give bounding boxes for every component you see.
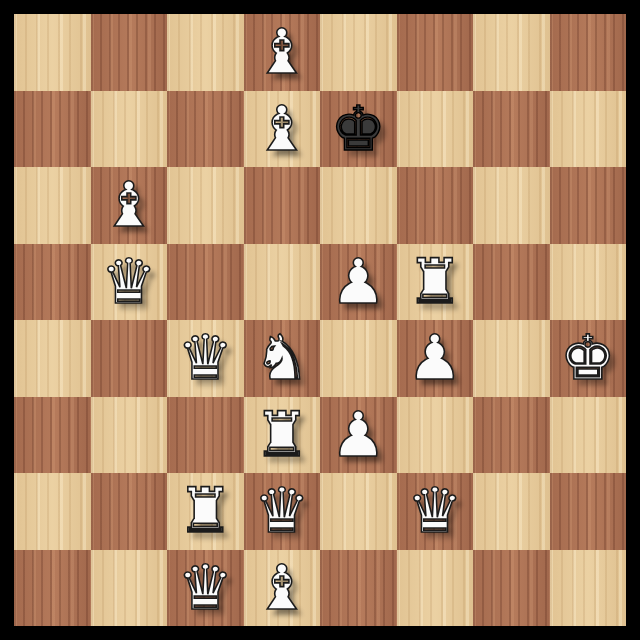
square-h8[interactable] bbox=[550, 14, 627, 91]
square-f8[interactable] bbox=[397, 14, 474, 91]
square-b7[interactable] bbox=[91, 91, 168, 168]
white-pawn[interactable]: ♟ bbox=[397, 320, 474, 397]
square-e6[interactable] bbox=[320, 167, 397, 244]
square-e1[interactable] bbox=[320, 550, 397, 627]
square-d2[interactable]: ♛ bbox=[244, 473, 321, 550]
square-c3[interactable] bbox=[167, 397, 244, 474]
square-a7[interactable] bbox=[14, 91, 91, 168]
square-e4[interactable] bbox=[320, 320, 397, 397]
board-frame: ♝♝♚♝♛♟♜♛♞♟♚♜♟♜♛♛♛♝ bbox=[0, 0, 640, 640]
square-h3[interactable] bbox=[550, 397, 627, 474]
black-king[interactable]: ♚ bbox=[320, 91, 397, 168]
chess-board: ♝♝♚♝♛♟♜♛♞♟♚♜♟♜♛♛♛♝ bbox=[14, 14, 626, 626]
white-bishop[interactable]: ♝ bbox=[244, 550, 321, 627]
square-d1[interactable]: ♝ bbox=[244, 550, 321, 627]
square-c7[interactable] bbox=[167, 91, 244, 168]
white-rook[interactable]: ♜ bbox=[397, 244, 474, 321]
square-f4[interactable]: ♟ bbox=[397, 320, 474, 397]
square-g7[interactable] bbox=[473, 91, 550, 168]
white-bishop[interactable]: ♝ bbox=[244, 91, 321, 168]
square-a5[interactable] bbox=[14, 244, 91, 321]
white-pawn[interactable]: ♟ bbox=[320, 244, 397, 321]
square-c1[interactable]: ♛ bbox=[167, 550, 244, 627]
square-a3[interactable] bbox=[14, 397, 91, 474]
square-a1[interactable] bbox=[14, 550, 91, 627]
square-a4[interactable] bbox=[14, 320, 91, 397]
square-c2[interactable]: ♜ bbox=[167, 473, 244, 550]
square-f7[interactable] bbox=[397, 91, 474, 168]
square-c4[interactable]: ♛ bbox=[167, 320, 244, 397]
square-b2[interactable] bbox=[91, 473, 168, 550]
white-pawn[interactable]: ♟ bbox=[320, 397, 397, 474]
square-c6[interactable] bbox=[167, 167, 244, 244]
white-knight[interactable]: ♞ bbox=[244, 320, 321, 397]
square-b3[interactable] bbox=[91, 397, 168, 474]
square-c8[interactable] bbox=[167, 14, 244, 91]
square-f5[interactable]: ♜ bbox=[397, 244, 474, 321]
square-d4[interactable]: ♞ bbox=[244, 320, 321, 397]
square-b1[interactable] bbox=[91, 550, 168, 627]
white-bishop[interactable]: ♝ bbox=[91, 167, 168, 244]
white-queen[interactable]: ♛ bbox=[167, 320, 244, 397]
square-h6[interactable] bbox=[550, 167, 627, 244]
square-a6[interactable] bbox=[14, 167, 91, 244]
square-f1[interactable] bbox=[397, 550, 474, 627]
square-g6[interactable] bbox=[473, 167, 550, 244]
square-g2[interactable] bbox=[473, 473, 550, 550]
white-rook[interactable]: ♜ bbox=[244, 397, 321, 474]
square-e2[interactable] bbox=[320, 473, 397, 550]
square-g5[interactable] bbox=[473, 244, 550, 321]
square-e8[interactable] bbox=[320, 14, 397, 91]
square-d7[interactable]: ♝ bbox=[244, 91, 321, 168]
white-king[interactable]: ♚ bbox=[550, 320, 627, 397]
square-g3[interactable] bbox=[473, 397, 550, 474]
square-g1[interactable] bbox=[473, 550, 550, 627]
white-queen[interactable]: ♛ bbox=[244, 473, 321, 550]
square-g4[interactable] bbox=[473, 320, 550, 397]
square-a2[interactable] bbox=[14, 473, 91, 550]
square-h4[interactable]: ♚ bbox=[550, 320, 627, 397]
square-g8[interactable] bbox=[473, 14, 550, 91]
square-b5[interactable]: ♛ bbox=[91, 244, 168, 321]
square-h2[interactable] bbox=[550, 473, 627, 550]
white-queen[interactable]: ♛ bbox=[397, 473, 474, 550]
square-e3[interactable]: ♟ bbox=[320, 397, 397, 474]
square-f3[interactable] bbox=[397, 397, 474, 474]
square-f2[interactable]: ♛ bbox=[397, 473, 474, 550]
square-b4[interactable] bbox=[91, 320, 168, 397]
white-queen[interactable]: ♛ bbox=[167, 550, 244, 627]
square-c5[interactable] bbox=[167, 244, 244, 321]
square-a8[interactable] bbox=[14, 14, 91, 91]
square-e7[interactable]: ♚ bbox=[320, 91, 397, 168]
square-h1[interactable] bbox=[550, 550, 627, 627]
square-f6[interactable] bbox=[397, 167, 474, 244]
square-h5[interactable] bbox=[550, 244, 627, 321]
square-d6[interactable] bbox=[244, 167, 321, 244]
square-h7[interactable] bbox=[550, 91, 627, 168]
white-rook[interactable]: ♜ bbox=[167, 473, 244, 550]
square-b8[interactable] bbox=[91, 14, 168, 91]
square-d5[interactable] bbox=[244, 244, 321, 321]
white-queen[interactable]: ♛ bbox=[91, 244, 168, 321]
square-d3[interactable]: ♜ bbox=[244, 397, 321, 474]
square-d8[interactable]: ♝ bbox=[244, 14, 321, 91]
white-bishop[interactable]: ♝ bbox=[244, 14, 321, 91]
square-e5[interactable]: ♟ bbox=[320, 244, 397, 321]
square-b6[interactable]: ♝ bbox=[91, 167, 168, 244]
